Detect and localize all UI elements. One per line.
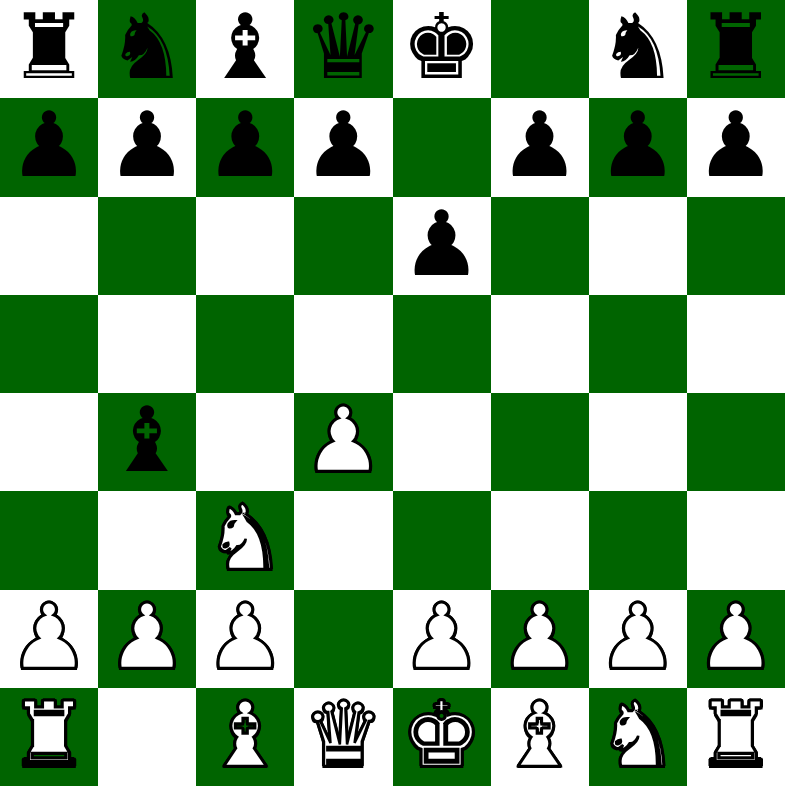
square-d2[interactable] [294,590,392,688]
square-b4[interactable]: ♝ [98,393,196,491]
white-pawn-piece[interactable]: ♟ [401,592,482,682]
black-bishop-piece[interactable]: ♝ [205,2,286,92]
square-d5[interactable] [294,295,392,393]
square-a2[interactable]: ♟ [0,590,98,688]
square-c6[interactable] [196,197,294,295]
square-g7[interactable]: ♟ [589,98,687,196]
square-h5[interactable] [687,295,785,393]
square-e3[interactable] [393,491,491,589]
white-queen-piece[interactable]: ♛ [303,690,384,780]
square-a6[interactable] [0,197,98,295]
square-g4[interactable] [589,393,687,491]
white-knight-piece[interactable]: ♞ [597,690,678,780]
square-c3[interactable]: ♞ [196,491,294,589]
black-queen-piece[interactable]: ♛ [303,2,384,92]
square-f6[interactable] [491,197,589,295]
square-d6[interactable] [294,197,392,295]
black-pawn-piece[interactable]: ♟ [9,100,90,190]
square-a3[interactable] [0,491,98,589]
square-h8[interactable]: ♜ [687,0,785,98]
black-pawn-piece[interactable]: ♟ [107,100,188,190]
square-g2[interactable]: ♟ [589,590,687,688]
black-pawn-piece[interactable]: ♟ [205,100,286,190]
square-b7[interactable]: ♟ [98,98,196,196]
white-pawn-piece[interactable]: ♟ [696,592,777,682]
square-b6[interactable] [98,197,196,295]
black-rook-piece[interactable]: ♜ [696,2,777,92]
square-f5[interactable] [491,295,589,393]
square-e8[interactable]: ♚ [393,0,491,98]
white-rook-piece[interactable]: ♜ [9,690,90,780]
black-knight-piece[interactable]: ♞ [107,2,188,92]
black-king-piece[interactable]: ♚ [401,2,482,92]
square-d3[interactable] [294,491,392,589]
square-f7[interactable]: ♟ [491,98,589,196]
square-f3[interactable] [491,491,589,589]
square-b3[interactable] [98,491,196,589]
square-a1[interactable]: ♜ [0,688,98,786]
square-c1[interactable]: ♝ [196,688,294,786]
square-e7[interactable] [393,98,491,196]
square-b5[interactable] [98,295,196,393]
black-pawn-piece[interactable]: ♟ [597,100,678,190]
square-g5[interactable] [589,295,687,393]
square-a7[interactable]: ♟ [0,98,98,196]
square-g8[interactable]: ♞ [589,0,687,98]
chess-board-container: ♜♞♝♛♚♞♜♟♟♟♟♟♟♟♟♝♟♞♟♟♟♟♟♟♟♜♝♛♚♝♞♜ [0,0,785,786]
square-c8[interactable]: ♝ [196,0,294,98]
square-e1[interactable]: ♚ [393,688,491,786]
square-g1[interactable]: ♞ [589,688,687,786]
black-pawn-piece[interactable]: ♟ [303,100,384,190]
square-e6[interactable]: ♟ [393,197,491,295]
square-c4[interactable] [196,393,294,491]
square-g3[interactable] [589,491,687,589]
square-d4[interactable]: ♟ [294,393,392,491]
square-d1[interactable]: ♛ [294,688,392,786]
square-a4[interactable] [0,393,98,491]
square-e2[interactable]: ♟ [393,590,491,688]
white-pawn-piece[interactable]: ♟ [9,592,90,682]
square-g6[interactable] [589,197,687,295]
square-c7[interactable]: ♟ [196,98,294,196]
white-king-piece[interactable]: ♚ [401,690,482,780]
white-bishop-piece[interactable]: ♝ [499,690,580,780]
square-h2[interactable]: ♟ [687,590,785,688]
square-h7[interactable]: ♟ [687,98,785,196]
chess-board: ♜♞♝♛♚♞♜♟♟♟♟♟♟♟♟♝♟♞♟♟♟♟♟♟♟♜♝♛♚♝♞♜ [0,0,785,786]
black-rook-piece[interactable]: ♜ [9,2,90,92]
square-d7[interactable]: ♟ [294,98,392,196]
white-rook-piece[interactable]: ♜ [696,690,777,780]
square-c5[interactable] [196,295,294,393]
square-a8[interactable]: ♜ [0,0,98,98]
square-f8[interactable] [491,0,589,98]
black-pawn-piece[interactable]: ♟ [696,100,777,190]
white-pawn-piece[interactable]: ♟ [303,395,384,485]
white-pawn-piece[interactable]: ♟ [597,592,678,682]
white-knight-piece[interactable]: ♞ [205,493,286,583]
square-h3[interactable] [687,491,785,589]
square-f1[interactable]: ♝ [491,688,589,786]
square-e4[interactable] [393,393,491,491]
square-a5[interactable] [0,295,98,393]
white-bishop-piece[interactable]: ♝ [205,690,286,780]
black-pawn-piece[interactable]: ♟ [499,100,580,190]
black-knight-piece[interactable]: ♞ [597,2,678,92]
square-h6[interactable] [687,197,785,295]
black-bishop-piece[interactable]: ♝ [107,395,188,485]
square-b8[interactable]: ♞ [98,0,196,98]
square-e5[interactable] [393,295,491,393]
square-f2[interactable]: ♟ [491,590,589,688]
white-pawn-piece[interactable]: ♟ [499,592,580,682]
square-h4[interactable] [687,393,785,491]
square-b1[interactable] [98,688,196,786]
square-h1[interactable]: ♜ [687,688,785,786]
square-c2[interactable]: ♟ [196,590,294,688]
square-f4[interactable] [491,393,589,491]
square-b2[interactable]: ♟ [98,590,196,688]
square-d8[interactable]: ♛ [294,0,392,98]
white-pawn-piece[interactable]: ♟ [107,592,188,682]
white-pawn-piece[interactable]: ♟ [205,592,286,682]
black-pawn-piece[interactable]: ♟ [401,199,482,289]
